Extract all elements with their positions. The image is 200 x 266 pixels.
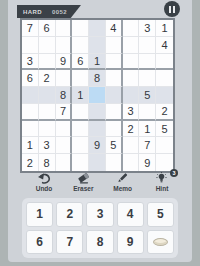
difficulty-label: HARD bbox=[23, 9, 42, 15]
cell-r8c5[interactable]: 9 bbox=[89, 137, 106, 154]
cell-r6c3[interactable]: 7 bbox=[56, 104, 73, 121]
level-badge: HARD 0052 bbox=[17, 5, 81, 18]
hint-label: Hint bbox=[156, 185, 169, 192]
eraser-label: Eraser bbox=[73, 185, 93, 192]
cell-r4c7[interactable] bbox=[123, 70, 140, 87]
cell-r2c8[interactable] bbox=[139, 37, 156, 54]
numpad-5-button[interactable]: 5 bbox=[147, 202, 174, 227]
cell-r9c5[interactable] bbox=[89, 154, 106, 171]
cell-r9c4[interactable] bbox=[72, 154, 89, 171]
cell-r6c8[interactable] bbox=[139, 104, 156, 121]
cell-r9c3[interactable] bbox=[56, 154, 73, 171]
cell-r9c8[interactable]: 9 bbox=[139, 154, 156, 171]
cell-r6c1[interactable] bbox=[22, 104, 39, 121]
cell-r5c4[interactable]: 1 bbox=[72, 87, 89, 104]
cell-r3c2[interactable] bbox=[39, 54, 56, 71]
cell-r7c7[interactable]: 2 bbox=[123, 121, 140, 138]
cell-r7c5[interactable] bbox=[89, 121, 106, 138]
cell-r7c1[interactable] bbox=[22, 121, 39, 138]
cell-r1c2[interactable]: 6 bbox=[39, 20, 56, 37]
cell-r5c7[interactable] bbox=[123, 87, 140, 104]
cell-r4c2[interactable]: 2 bbox=[39, 70, 56, 87]
cell-r8c8[interactable]: 7 bbox=[139, 137, 156, 154]
cell-r7c2[interactable] bbox=[39, 121, 56, 138]
cell-r2c3[interactable] bbox=[56, 37, 73, 54]
cell-r9c7[interactable] bbox=[123, 154, 140, 171]
numpad-7-button[interactable]: 7 bbox=[56, 230, 83, 255]
cell-r5c9[interactable] bbox=[156, 87, 173, 104]
cell-r2c7[interactable] bbox=[123, 37, 140, 54]
cell-r2c4[interactable] bbox=[72, 37, 89, 54]
cell-r9c1[interactable]: 2 bbox=[22, 154, 39, 171]
app-card: HARD 0052 764314396162881573221513957289… bbox=[8, 0, 192, 262]
cell-r3c3[interactable]: 9 bbox=[56, 54, 73, 71]
numpad-3-button[interactable]: 3 bbox=[86, 202, 113, 227]
numpad-blank-button[interactable] bbox=[147, 230, 174, 255]
memo-button[interactable]: Memo bbox=[111, 172, 135, 196]
memo-icon bbox=[116, 172, 129, 184]
cell-r3c5[interactable]: 1 bbox=[89, 54, 106, 71]
cell-r1c5[interactable] bbox=[89, 20, 106, 37]
numpad-panel: 123456789 bbox=[22, 198, 178, 258]
pause-icon bbox=[169, 6, 171, 13]
cell-r7c9[interactable]: 5 bbox=[156, 121, 173, 138]
cell-r8c4[interactable] bbox=[72, 137, 89, 154]
sudoku-board: 764314396162881573221513957289 bbox=[20, 18, 175, 173]
cell-r4c5[interactable]: 8 bbox=[89, 70, 106, 87]
cell-r9c2[interactable]: 8 bbox=[39, 154, 56, 171]
cell-r5c2[interactable] bbox=[39, 87, 56, 104]
numpad-1-button[interactable]: 1 bbox=[26, 202, 53, 227]
cell-r5c5[interactable] bbox=[89, 87, 106, 104]
cell-r1c4[interactable] bbox=[72, 20, 89, 37]
cell-r6c4[interactable] bbox=[72, 104, 89, 121]
cell-r6c2[interactable] bbox=[39, 104, 56, 121]
cell-r8c7[interactable] bbox=[123, 137, 140, 154]
cell-r5c8[interactable]: 5 bbox=[139, 87, 156, 104]
cell-r2c6[interactable] bbox=[106, 37, 123, 54]
pause-button[interactable] bbox=[164, 1, 180, 17]
numpad-6-button[interactable]: 6 bbox=[26, 230, 53, 255]
cell-r1c6[interactable]: 4 bbox=[106, 20, 123, 37]
cell-r8c9[interactable] bbox=[156, 137, 173, 154]
cell-r4c8[interactable] bbox=[139, 70, 156, 87]
cell-r7c4[interactable] bbox=[72, 121, 89, 138]
numpad-4-button[interactable]: 4 bbox=[117, 202, 144, 227]
undo-label: Undo bbox=[36, 185, 53, 192]
undo-button[interactable]: Undo bbox=[32, 172, 56, 196]
cell-r1c9[interactable]: 1 bbox=[156, 20, 173, 37]
memo-label: Memo bbox=[113, 185, 132, 192]
cell-r2c1[interactable] bbox=[22, 37, 39, 54]
pause-icon bbox=[173, 6, 175, 13]
cell-r6c6[interactable] bbox=[106, 104, 123, 121]
counter-label: 0052 bbox=[52, 9, 67, 15]
cell-r4c3[interactable] bbox=[56, 70, 73, 87]
cell-r7c8[interactable]: 1 bbox=[139, 121, 156, 138]
eraser-button[interactable]: Eraser bbox=[71, 172, 95, 196]
numpad-9-button[interactable]: 9 bbox=[117, 230, 144, 255]
cell-r5c3[interactable]: 8 bbox=[56, 87, 73, 104]
cell-r3c6[interactable] bbox=[106, 54, 123, 71]
cell-r3c9[interactable] bbox=[156, 54, 173, 71]
cell-r5c1[interactable] bbox=[22, 87, 39, 104]
cell-r9c6[interactable] bbox=[106, 154, 123, 171]
hint-icon bbox=[155, 172, 168, 184]
cell-r4c6[interactable] bbox=[106, 70, 123, 87]
cell-r1c7[interactable] bbox=[123, 20, 140, 37]
cell-r7c6[interactable] bbox=[106, 121, 123, 138]
cell-r8c1[interactable]: 1 bbox=[22, 137, 39, 154]
cell-r9c9[interactable] bbox=[156, 154, 173, 171]
numpad-2-button[interactable]: 2 bbox=[56, 202, 83, 227]
cell-r7c3[interactable] bbox=[56, 121, 73, 138]
cell-r4c4[interactable] bbox=[72, 70, 89, 87]
cell-r2c5[interactable] bbox=[89, 37, 106, 54]
cell-r8c6[interactable]: 5 bbox=[106, 137, 123, 154]
hint-button[interactable]: Hint 3 bbox=[150, 172, 174, 196]
cell-r3c4[interactable]: 6 bbox=[72, 54, 89, 71]
cell-r6c9[interactable]: 2 bbox=[156, 104, 173, 121]
cell-r6c5[interactable] bbox=[89, 104, 106, 121]
cell-r8c2[interactable]: 3 bbox=[39, 137, 56, 154]
numpad: 123456789 bbox=[26, 202, 174, 254]
cell-r1c8[interactable]: 3 bbox=[139, 20, 156, 37]
toolbar: Undo Eraser Memo bbox=[8, 172, 192, 196]
cell-r4c1[interactable]: 6 bbox=[22, 70, 39, 87]
cell-r2c2[interactable] bbox=[39, 37, 56, 54]
cell-r4c9[interactable] bbox=[156, 70, 173, 87]
cell-r3c7[interactable] bbox=[123, 54, 140, 71]
cell-r5c6[interactable] bbox=[106, 87, 123, 104]
cell-r3c1[interactable]: 3 bbox=[22, 54, 39, 71]
cell-r8c3[interactable] bbox=[56, 137, 73, 154]
hint-count-badge: 3 bbox=[170, 169, 178, 177]
numpad-8-button[interactable]: 8 bbox=[86, 230, 113, 255]
blank-disc-icon bbox=[153, 238, 168, 246]
undo-icon bbox=[38, 172, 51, 184]
cell-r3c8[interactable] bbox=[139, 54, 156, 71]
cell-r1c3[interactable] bbox=[56, 20, 73, 37]
cell-r1c1[interactable]: 7 bbox=[22, 20, 39, 37]
cell-r6c7[interactable]: 3 bbox=[123, 104, 140, 121]
eraser-icon bbox=[77, 172, 90, 184]
cell-r2c9[interactable]: 4 bbox=[156, 37, 173, 54]
